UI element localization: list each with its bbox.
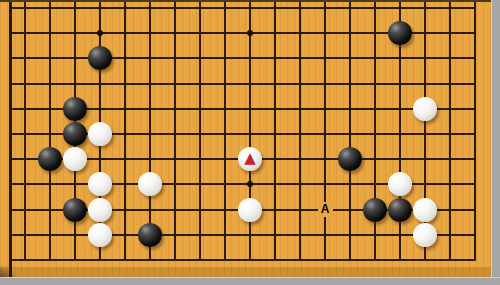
triangle-marker: ▲: [244, 151, 256, 166]
board-bottom-edge: [0, 267, 491, 277]
white-stone: [388, 172, 412, 196]
white-stone: [413, 97, 437, 121]
frame-top: [0, 0, 500, 2]
white-stone: [138, 172, 162, 196]
black-stone: [388, 198, 412, 222]
board-grid: ▲A: [13, 0, 488, 273]
black-stone: [38, 147, 62, 171]
white-stone: [413, 223, 437, 247]
black-stone: [88, 46, 112, 70]
black-stone: [338, 147, 362, 171]
white-stone: ▲: [238, 147, 262, 171]
white-stone: [63, 147, 87, 171]
frame-right: [491, 0, 500, 285]
black-stone: [363, 198, 387, 222]
frame-bottom: [0, 277, 500, 285]
frame-left: [9, 0, 12, 277]
white-stone: [88, 122, 112, 146]
white-stone: [88, 223, 112, 247]
label-A[interactable]: A: [318, 202, 333, 217]
black-stone: [63, 198, 87, 222]
black-stone: [388, 21, 412, 45]
go-diagram: ▲A: [0, 0, 500, 285]
white-stone: [413, 198, 437, 222]
black-stone: [138, 223, 162, 247]
black-stone: [63, 97, 87, 121]
black-stone: [63, 122, 87, 146]
white-stone: [88, 198, 112, 222]
white-stone: [238, 198, 262, 222]
go-board[interactable]: ▲A: [0, 0, 500, 285]
white-stone: [88, 172, 112, 196]
